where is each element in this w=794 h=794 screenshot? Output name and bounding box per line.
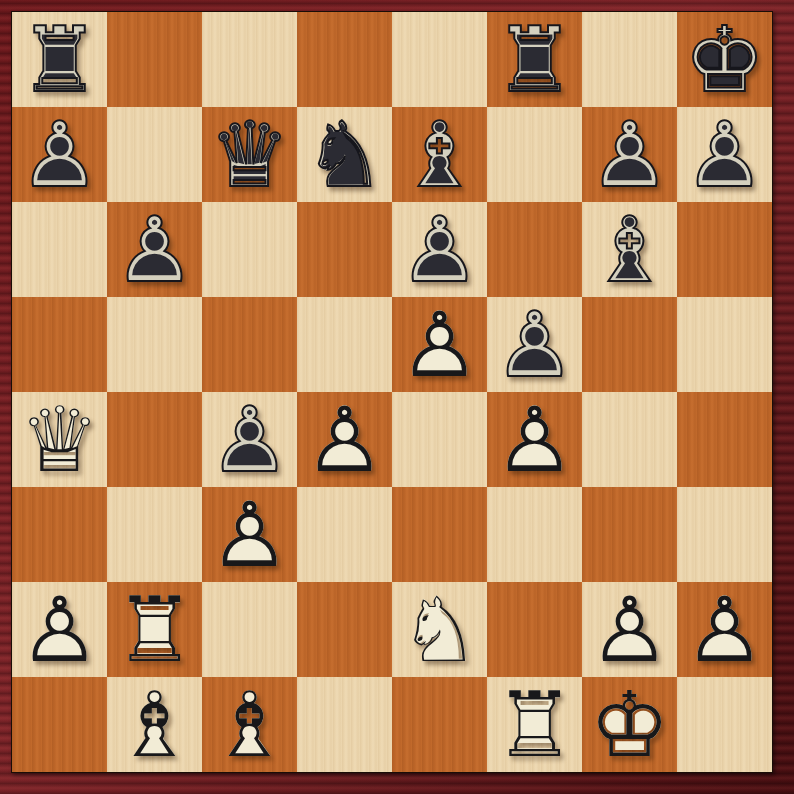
square-g6[interactable]: ♝♗♝ (582, 202, 677, 297)
pawn-detail-icon: ♙ (392, 297, 487, 392)
square-d7[interactable]: ♞♘♞ (297, 107, 392, 202)
queen-edge-icon: ♛ (202, 107, 297, 202)
bishop-edge-icon: ♝ (392, 107, 487, 202)
square-g4[interactable] (582, 392, 677, 487)
square-a2[interactable]: ♟♙ (12, 582, 107, 677)
square-f1[interactable]: ♜♖ (487, 677, 582, 772)
rook-detail-icon: ♖ (487, 677, 582, 772)
square-g3[interactable] (582, 487, 677, 582)
king-edge-icon: ♚ (677, 12, 772, 107)
pawn-detail-icon: ♙ (487, 392, 582, 487)
square-d5[interactable] (297, 297, 392, 392)
square-d4[interactable]: ♟♙ (297, 392, 392, 487)
black-pawn-piece[interactable]: ♟♙♟ (12, 107, 107, 202)
square-c1[interactable]: ♝♗ (202, 677, 297, 772)
square-a5[interactable] (12, 297, 107, 392)
black-pawn-piece[interactable]: ♟♙♟ (392, 202, 487, 297)
square-h2[interactable]: ♟♙ (677, 582, 772, 677)
rook-edge-icon: ♜ (12, 12, 107, 107)
pawn-edge-icon: ♟ (202, 392, 297, 487)
square-h4[interactable] (677, 392, 772, 487)
square-h6[interactable] (677, 202, 772, 297)
square-c7[interactable]: ♛♕♛ (202, 107, 297, 202)
square-h7[interactable]: ♟♙♟ (677, 107, 772, 202)
square-e8[interactable] (392, 12, 487, 107)
square-e2[interactable]: ♞♘ (392, 582, 487, 677)
black-rook-piece[interactable]: ♜♖♜ (12, 12, 107, 107)
square-g8[interactable] (582, 12, 677, 107)
square-g2[interactable]: ♟♙ (582, 582, 677, 677)
pawn-detail-icon: ♙ (12, 582, 107, 677)
square-b2[interactable]: ♜♖ (107, 582, 202, 677)
bishop-detail-icon: ♗ (107, 677, 202, 772)
chess-board: ♜♖♜♜♖♜♚♔♚♟♙♟♛♕♛♞♘♞♝♗♝♟♙♟♟♙♟♟♙♟♟♙♟♝♗♝♟♙♟♙… (11, 11, 773, 773)
board-frame: ♜♖♜♜♖♜♚♔♚♟♙♟♛♕♛♞♘♞♝♗♝♟♙♟♟♙♟♟♙♟♟♙♟♝♗♝♟♙♟♙… (0, 0, 794, 794)
black-king-piece[interactable]: ♚♔♚ (677, 12, 772, 107)
square-d2[interactable] (297, 582, 392, 677)
white-pawn-piece[interactable]: ♟♙ (297, 392, 392, 487)
pawn-detail-icon: ♙ (582, 582, 677, 677)
white-pawn-piece[interactable]: ♟♙ (677, 582, 772, 677)
white-pawn-piece[interactable]: ♟♙ (12, 582, 107, 677)
white-bishop-piece[interactable]: ♝♗ (202, 677, 297, 772)
square-b3[interactable] (107, 487, 202, 582)
square-f5[interactable]: ♟♙♟ (487, 297, 582, 392)
pawn-edge-icon: ♟ (107, 202, 202, 297)
square-f7[interactable] (487, 107, 582, 202)
square-e5[interactable]: ♟♙ (392, 297, 487, 392)
square-a6[interactable] (12, 202, 107, 297)
black-knight-piece[interactable]: ♞♘♞ (297, 107, 392, 202)
black-bishop-piece[interactable]: ♝♗♝ (392, 107, 487, 202)
square-g1[interactable]: ♚♔ (582, 677, 677, 772)
square-f3[interactable] (487, 487, 582, 582)
square-h5[interactable] (677, 297, 772, 392)
rook-edge-icon: ♜ (487, 12, 582, 107)
pawn-edge-icon: ♟ (12, 107, 107, 202)
square-d1[interactable] (297, 677, 392, 772)
white-rook-piece[interactable]: ♜♖ (487, 677, 582, 772)
square-c5[interactable] (202, 297, 297, 392)
knight-detail-icon: ♘ (392, 582, 487, 677)
white-pawn-piece[interactable]: ♟♙ (582, 582, 677, 677)
black-pawn-piece[interactable]: ♟♙♟ (487, 297, 582, 392)
square-b8[interactable] (107, 12, 202, 107)
white-pawn-piece[interactable]: ♟♙ (392, 297, 487, 392)
square-a3[interactable] (12, 487, 107, 582)
pawn-detail-icon: ♙ (677, 582, 772, 677)
square-a7[interactable]: ♟♙♟ (12, 107, 107, 202)
white-pawn-piece[interactable]: ♟♙ (202, 487, 297, 582)
square-b4[interactable] (107, 392, 202, 487)
square-e1[interactable] (392, 677, 487, 772)
square-f6[interactable] (487, 202, 582, 297)
white-knight-piece[interactable]: ♞♘ (392, 582, 487, 677)
square-b5[interactable] (107, 297, 202, 392)
square-g5[interactable] (582, 297, 677, 392)
pawn-edge-icon: ♟ (677, 107, 772, 202)
bishop-edge-icon: ♝ (582, 202, 677, 297)
pawn-edge-icon: ♟ (487, 297, 582, 392)
square-e7[interactable]: ♝♗♝ (392, 107, 487, 202)
white-bishop-piece[interactable]: ♝♗ (107, 677, 202, 772)
bishop-detail-icon: ♗ (202, 677, 297, 772)
white-rook-piece[interactable]: ♜♖ (107, 582, 202, 677)
white-king-piece[interactable]: ♚♔ (582, 677, 677, 772)
square-c2[interactable] (202, 582, 297, 677)
black-pawn-piece[interactable]: ♟♙♟ (582, 107, 677, 202)
pawn-edge-icon: ♟ (392, 202, 487, 297)
square-a4[interactable]: ♛♕ (12, 392, 107, 487)
white-queen-piece[interactable]: ♛♕ (12, 392, 107, 487)
black-rook-piece[interactable]: ♜♖♜ (487, 12, 582, 107)
square-d3[interactable] (297, 487, 392, 582)
knight-edge-icon: ♞ (297, 107, 392, 202)
square-c4[interactable]: ♟♙♟ (202, 392, 297, 487)
pawn-edge-icon: ♟ (582, 107, 677, 202)
square-a8[interactable]: ♜♖♜ (12, 12, 107, 107)
square-c6[interactable] (202, 202, 297, 297)
square-c3[interactable]: ♟♙ (202, 487, 297, 582)
king-detail-icon: ♔ (582, 677, 677, 772)
rook-detail-icon: ♖ (107, 582, 202, 677)
square-e4[interactable] (392, 392, 487, 487)
white-pawn-piece[interactable]: ♟♙ (487, 392, 582, 487)
square-d8[interactable] (297, 12, 392, 107)
pawn-detail-icon: ♙ (202, 487, 297, 582)
square-b7[interactable] (107, 107, 202, 202)
square-f4[interactable]: ♟♙ (487, 392, 582, 487)
square-h8[interactable]: ♚♔♚ (677, 12, 772, 107)
square-e3[interactable] (392, 487, 487, 582)
black-pawn-piece[interactable]: ♟♙♟ (677, 107, 772, 202)
square-g7[interactable]: ♟♙♟ (582, 107, 677, 202)
square-c8[interactable] (202, 12, 297, 107)
square-f8[interactable]: ♜♖♜ (487, 12, 582, 107)
black-pawn-piece[interactable]: ♟♙♟ (107, 202, 202, 297)
pawn-detail-icon: ♙ (297, 392, 392, 487)
square-d6[interactable] (297, 202, 392, 297)
square-h3[interactable] (677, 487, 772, 582)
black-bishop-piece[interactable]: ♝♗♝ (582, 202, 677, 297)
square-e6[interactable]: ♟♙♟ (392, 202, 487, 297)
queen-detail-icon: ♕ (12, 392, 107, 487)
square-a1[interactable] (12, 677, 107, 772)
black-queen-piece[interactable]: ♛♕♛ (202, 107, 297, 202)
square-f2[interactable] (487, 582, 582, 677)
square-h1[interactable] (677, 677, 772, 772)
square-b1[interactable]: ♝♗ (107, 677, 202, 772)
black-pawn-piece[interactable]: ♟♙♟ (202, 392, 297, 487)
square-b6[interactable]: ♟♙♟ (107, 202, 202, 297)
